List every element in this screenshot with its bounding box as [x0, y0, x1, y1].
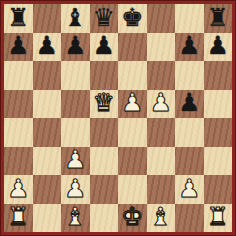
square-f4[interactable] [147, 118, 176, 147]
square-g6[interactable] [175, 61, 204, 90]
square-a5[interactable] [4, 90, 33, 119]
square-a3[interactable] [4, 147, 33, 176]
square-b4[interactable] [33, 118, 62, 147]
square-d8[interactable]: ♛ [90, 4, 119, 33]
square-d6[interactable] [90, 61, 119, 90]
square-b2[interactable] [33, 175, 62, 204]
white-pawn[interactable]: ♟ [121, 90, 143, 115]
black-queen[interactable]: ♛ [93, 5, 115, 30]
black-pawn[interactable]: ♟ [64, 33, 86, 58]
white-bishop[interactable]: ♝ [64, 204, 86, 229]
square-h3[interactable] [204, 147, 233, 176]
square-c8[interactable]: ♝ [61, 4, 90, 33]
square-f1[interactable]: ♝ [147, 204, 176, 233]
square-b7[interactable]: ♟ [33, 33, 62, 62]
black-pawn[interactable]: ♟ [207, 33, 229, 58]
square-f7[interactable] [147, 33, 176, 62]
white-pawn[interactable]: ♟ [150, 90, 172, 115]
white-bishop[interactable]: ♝ [150, 204, 172, 229]
white-king[interactable]: ♚ [121, 204, 143, 229]
square-d4[interactable] [90, 118, 119, 147]
square-c4[interactable] [61, 118, 90, 147]
square-h1[interactable]: ♜ [204, 204, 233, 233]
square-e4[interactable] [118, 118, 147, 147]
square-a7[interactable]: ♟ [4, 33, 33, 62]
white-rook[interactable]: ♜ [7, 204, 29, 229]
black-rook[interactable]: ♜ [7, 5, 29, 30]
square-d3[interactable] [90, 147, 119, 176]
square-g4[interactable] [175, 118, 204, 147]
square-h7[interactable]: ♟ [204, 33, 233, 62]
square-h2[interactable] [204, 175, 233, 204]
square-a4[interactable] [4, 118, 33, 147]
square-h6[interactable] [204, 61, 233, 90]
square-c7[interactable]: ♟ [61, 33, 90, 62]
chess-board: ♜♝♛♚♜♟♟♟♟♟♟♛♟♟♟♟♟♟♟♜♝♚♝♜ [4, 4, 232, 232]
square-e5[interactable]: ♟ [118, 90, 147, 119]
square-e3[interactable] [118, 147, 147, 176]
square-b5[interactable] [33, 90, 62, 119]
square-e2[interactable] [118, 175, 147, 204]
square-h5[interactable] [204, 90, 233, 119]
white-pawn[interactable]: ♟ [64, 147, 86, 172]
board-frame: ♜♝♛♚♜♟♟♟♟♟♟♛♟♟♟♟♟♟♟♜♝♚♝♜ [0, 0, 236, 236]
white-pawn[interactable]: ♟ [7, 176, 29, 201]
black-pawn[interactable]: ♟ [36, 33, 58, 58]
square-e6[interactable] [118, 61, 147, 90]
square-c2[interactable]: ♟ [61, 175, 90, 204]
square-a8[interactable]: ♜ [4, 4, 33, 33]
square-f3[interactable] [147, 147, 176, 176]
black-rook[interactable]: ♜ [207, 5, 229, 30]
square-f2[interactable] [147, 175, 176, 204]
square-g3[interactable] [175, 147, 204, 176]
board-frame-inner: ♜♝♛♚♜♟♟♟♟♟♟♛♟♟♟♟♟♟♟♜♝♚♝♜ [1, 1, 235, 235]
black-pawn[interactable]: ♟ [7, 33, 29, 58]
square-b8[interactable] [33, 4, 62, 33]
square-e8[interactable]: ♚ [118, 4, 147, 33]
square-d1[interactable] [90, 204, 119, 233]
white-rook[interactable]: ♜ [207, 204, 229, 229]
black-king[interactable]: ♚ [121, 5, 143, 30]
square-d5[interactable]: ♛ [90, 90, 119, 119]
square-c1[interactable]: ♝ [61, 204, 90, 233]
white-pawn[interactable]: ♟ [64, 176, 86, 201]
square-d2[interactable] [90, 175, 119, 204]
square-h4[interactable] [204, 118, 233, 147]
square-g8[interactable] [175, 4, 204, 33]
square-b1[interactable] [33, 204, 62, 233]
square-b3[interactable] [33, 147, 62, 176]
square-f8[interactable] [147, 4, 176, 33]
square-g5[interactable]: ♟ [175, 90, 204, 119]
square-e7[interactable] [118, 33, 147, 62]
white-pawn[interactable]: ♟ [178, 176, 200, 201]
square-c3[interactable]: ♟ [61, 147, 90, 176]
square-a2[interactable]: ♟ [4, 175, 33, 204]
square-c5[interactable] [61, 90, 90, 119]
square-a1[interactable]: ♜ [4, 204, 33, 233]
square-f5[interactable]: ♟ [147, 90, 176, 119]
square-g2[interactable]: ♟ [175, 175, 204, 204]
black-pawn[interactable]: ♟ [93, 33, 115, 58]
square-f6[interactable] [147, 61, 176, 90]
square-g1[interactable] [175, 204, 204, 233]
square-g7[interactable]: ♟ [175, 33, 204, 62]
black-bishop[interactable]: ♝ [64, 5, 86, 30]
square-h8[interactable]: ♜ [204, 4, 233, 33]
square-c6[interactable] [61, 61, 90, 90]
white-queen[interactable]: ♛ [93, 90, 115, 115]
square-e1[interactable]: ♚ [118, 204, 147, 233]
black-pawn[interactable]: ♟ [178, 90, 200, 115]
square-a6[interactable] [4, 61, 33, 90]
square-d7[interactable]: ♟ [90, 33, 119, 62]
black-pawn[interactable]: ♟ [178, 33, 200, 58]
square-b6[interactable] [33, 61, 62, 90]
